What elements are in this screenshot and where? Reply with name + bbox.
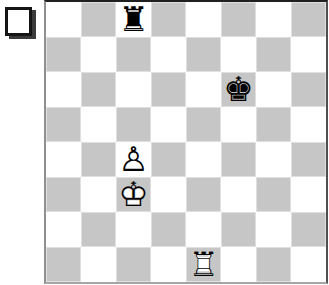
square-g4[interactable] [256,142,291,177]
square-b3[interactable] [81,177,116,212]
square-d2[interactable] [151,212,186,247]
piece-white-pawn[interactable]: ♟♙ [116,142,151,177]
square-f6[interactable]: ♚ [221,72,256,107]
square-g7[interactable] [256,37,291,72]
square-b8[interactable] [81,2,116,37]
square-g2[interactable] [256,212,291,247]
square-d6[interactable] [151,72,186,107]
square-b1[interactable] [81,247,116,282]
square-h1[interactable] [291,247,326,282]
square-e5[interactable] [186,107,221,142]
square-a1[interactable] [46,247,81,282]
square-d4[interactable] [151,142,186,177]
square-f5[interactable] [221,107,256,142]
square-b5[interactable] [81,107,116,142]
piece-black-king[interactable]: ♚ [221,72,256,107]
square-g3[interactable] [256,177,291,212]
square-c4[interactable]: ♟♙ [116,142,151,177]
square-e3[interactable] [186,177,221,212]
square-f3[interactable] [221,177,256,212]
square-h8[interactable] [291,2,326,37]
square-a7[interactable] [46,37,81,72]
square-h6[interactable] [291,72,326,107]
piece-white-king[interactable]: ♚♔ [116,177,151,212]
rook-outline-glyph: ♖ [186,247,221,282]
square-b4[interactable] [81,142,116,177]
square-f2[interactable] [221,212,256,247]
square-a3[interactable] [46,177,81,212]
square-h7[interactable] [291,37,326,72]
square-c6[interactable] [116,72,151,107]
square-a2[interactable] [46,212,81,247]
square-d3[interactable] [151,177,186,212]
square-e4[interactable] [186,142,221,177]
square-f4[interactable] [221,142,256,177]
white-to-move-icon [5,7,32,36]
square-d7[interactable] [151,37,186,72]
square-e6[interactable] [186,72,221,107]
square-g5[interactable] [256,107,291,142]
square-b7[interactable] [81,37,116,72]
square-f8[interactable] [221,2,256,37]
square-a5[interactable] [46,107,81,142]
square-c3[interactable]: ♚♔ [116,177,151,212]
square-g1[interactable] [256,247,291,282]
square-a6[interactable] [46,72,81,107]
square-e8[interactable] [186,2,221,37]
piece-white-rook[interactable]: ♜♖ [186,247,221,282]
square-d5[interactable] [151,107,186,142]
square-a4[interactable] [46,142,81,177]
square-d8[interactable] [151,2,186,37]
pawn-outline-glyph: ♙ [116,142,151,177]
square-e7[interactable] [186,37,221,72]
square-c7[interactable] [116,37,151,72]
piece-black-rook[interactable]: ♜ [116,2,151,37]
square-e1[interactable]: ♜♖ [186,247,221,282]
chess-diagram: ♜♚♟♙♚♔♜♖ [0,0,329,285]
square-e2[interactable] [186,212,221,247]
square-h5[interactable] [291,107,326,142]
square-c1[interactable] [116,247,151,282]
square-d1[interactable] [151,247,186,282]
square-h4[interactable] [291,142,326,177]
square-b6[interactable] [81,72,116,107]
square-g8[interactable] [256,2,291,37]
square-h2[interactable] [291,212,326,247]
square-c8[interactable]: ♜ [116,2,151,37]
square-c5[interactable] [116,107,151,142]
square-c2[interactable] [116,212,151,247]
square-g6[interactable] [256,72,291,107]
square-h3[interactable] [291,177,326,212]
square-f7[interactable] [221,37,256,72]
square-b2[interactable] [81,212,116,247]
king-outline-glyph: ♔ [116,177,151,212]
chess-board: ♜♚♟♙♚♔♜♖ [44,0,328,284]
square-f1[interactable] [221,247,256,282]
square-a8[interactable] [46,2,81,37]
